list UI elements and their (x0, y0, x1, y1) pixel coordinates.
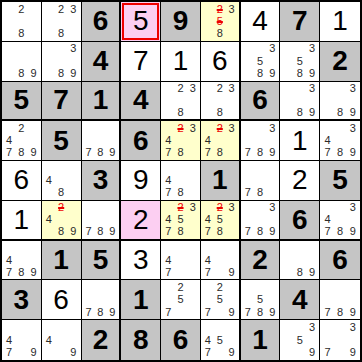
candidate-2: 2 (214, 281, 226, 293)
candidate-2-eliminated: 2 (174, 122, 186, 134)
candidate-5-eliminated: 5 (214, 15, 226, 27)
candidate-grid: 234578 (162, 202, 199, 238)
cell-r4c8[interactable]: 1 (280, 121, 320, 161)
candidate-3: 3 (266, 202, 278, 214)
candidate-7: 7 (162, 306, 174, 318)
candidate-grid: 389 (43, 43, 80, 80)
candidate-7: 7 (242, 226, 254, 238)
cell-r6c3[interactable]: 789 (82, 201, 122, 241)
cell-r3c2[interactable]: 7 (42, 82, 82, 122)
candidate-8: 8 (254, 187, 266, 199)
candidate-9: 9 (28, 266, 40, 278)
given-digit: 1 (212, 166, 228, 194)
candidate-8: 8 (254, 306, 266, 318)
candidate-9: 9 (346, 106, 359, 118)
cell-r5c3[interactable]: 3 (82, 161, 122, 201)
candidate-3: 3 (67, 43, 79, 55)
cell-r8c1[interactable]: 3 (2, 280, 42, 320)
candidate-4: 4 (162, 135, 174, 147)
candidate-9: 9 (346, 226, 359, 238)
candidate-8: 8 (94, 147, 106, 159)
candidate-8: 8 (15, 67, 27, 79)
candidate-4: 4 (3, 334, 15, 347)
candidate-2-eliminated: 2 (214, 202, 226, 214)
candidate-grid: 4789 (3, 242, 40, 279)
solved-digit: 2 (133, 206, 149, 234)
candidate-7: 7 (242, 306, 254, 318)
candidate-3: 3 (306, 83, 318, 95)
cell-r4c9[interactable]: 34789 (320, 121, 360, 161)
candidate-9: 9 (226, 266, 238, 278)
candidate-grid: 3789 (242, 202, 279, 238)
solved-digit: 7 (133, 47, 149, 75)
candidate-grid: 34789 (321, 122, 359, 159)
candidate-8: 8 (55, 28, 67, 40)
candidate-grid: 48 (43, 162, 80, 199)
cell-r7c1[interactable]: 4789 (2, 241, 42, 281)
given-digit: 1 (93, 86, 109, 114)
cell-r1c8[interactable]: 7 (280, 2, 320, 42)
cell-r7c3[interactable]: 5 (82, 241, 122, 281)
solved-digit: 6 (212, 47, 228, 75)
candidate-7: 7 (162, 187, 174, 199)
candidate-7: 7 (162, 266, 174, 278)
candidate-7: 7 (242, 187, 254, 199)
candidate-8: 8 (15, 147, 27, 159)
cell-r4c6[interactable]: 23478 (201, 121, 241, 161)
candidate-grid: 479 (202, 242, 238, 279)
cell-r1c9[interactable]: 1 (320, 2, 360, 42)
cell-r7c8[interactable]: 89 (280, 241, 320, 281)
candidate-2-eliminated: 2 (55, 202, 67, 214)
cell-r4c7[interactable]: 3789 (241, 121, 281, 161)
candidate-8: 8 (214, 28, 226, 40)
candidate-7: 7 (3, 266, 15, 278)
candidate-9: 9 (266, 226, 278, 238)
given-digit: 1 (53, 246, 69, 274)
candidate-8: 8 (214, 226, 226, 238)
candidate-3: 3 (346, 122, 359, 134)
candidate-5: 5 (174, 294, 186, 306)
given-digit: 2 (332, 47, 348, 75)
candidate-9: 9 (266, 147, 278, 159)
candidate-9: 9 (106, 147, 118, 159)
cell-r5c1[interactable]: 6 (2, 161, 42, 201)
cell-r3c9[interactable]: 389 (320, 82, 360, 122)
candidate-2: 2 (55, 3, 67, 15)
candidate-grid: 2358 (202, 3, 238, 40)
candidate-4: 4 (202, 334, 214, 347)
candidate-8: 8 (174, 147, 186, 159)
candidate-2: 2 (214, 83, 226, 95)
candidate-grid: 78 (242, 162, 279, 199)
candidate-4: 4 (3, 135, 15, 147)
candidate-7: 7 (162, 226, 174, 238)
cell-r1c1[interactable]: 28 (2, 2, 42, 42)
cell-r5c6[interactable]: 1 (201, 161, 241, 201)
candidate-5: 5 (254, 294, 266, 306)
cell-r6c8[interactable]: 6 (280, 201, 320, 241)
given-digit: 7 (53, 86, 69, 114)
candidate-5: 5 (254, 55, 266, 67)
candidate-9: 9 (226, 346, 238, 359)
candidate-9: 9 (306, 346, 318, 359)
cell-r6c9[interactable]: 34789 (320, 201, 360, 241)
solved-digit: 3 (133, 246, 149, 274)
candidate-grid: 238 (162, 83, 199, 119)
given-digit: 6 (332, 246, 348, 274)
candidate-4: 4 (202, 135, 214, 147)
cell-r9c5[interactable]: 6 (161, 320, 201, 360)
candidate-7: 7 (202, 147, 214, 159)
candidate-9: 9 (306, 106, 318, 118)
candidate-grid: 789 (83, 202, 119, 238)
cell-r5c8[interactable]: 2 (280, 161, 320, 201)
candidate-2-eliminated: 2 (214, 3, 226, 15)
candidate-8: 8 (214, 106, 226, 118)
candidate-3: 3 (346, 202, 359, 214)
cell-r2c5[interactable]: 1 (161, 42, 201, 82)
cell-r8c6[interactable]: 2579 (201, 280, 241, 320)
candidate-8: 8 (334, 147, 347, 159)
candidate-grid: 234578 (202, 202, 238, 238)
candidate-8: 8 (55, 187, 67, 199)
candidate-4: 4 (321, 135, 334, 147)
candidate-7: 7 (321, 147, 334, 159)
cell-r1c3[interactable]: 6 (82, 2, 122, 42)
candidate-grid: 257 (162, 281, 199, 318)
candidate-3: 3 (226, 202, 238, 214)
candidate-4: 4 (162, 214, 174, 226)
cell-r8c7[interactable]: 5789 (241, 280, 281, 320)
candidate-8: 8 (55, 67, 67, 79)
cell-r2c4[interactable]: 7 (121, 42, 161, 82)
candidate-9: 9 (306, 67, 318, 79)
candidate-5: 5 (174, 214, 186, 226)
candidate-2: 2 (15, 3, 27, 15)
candidate-8: 8 (94, 226, 106, 238)
cell-r7c9[interactable]: 6 (320, 241, 360, 281)
candidate-9: 9 (106, 306, 118, 318)
candidate-7: 7 (202, 346, 214, 359)
candidate-9: 9 (306, 266, 318, 278)
candidate-3: 3 (187, 122, 199, 134)
candidate-grid: 479 (3, 321, 40, 359)
sudoku-board: 2823865923584718938947163589358925714238… (0, 0, 362, 362)
candidate-3: 3 (306, 43, 318, 55)
candidate-grid: 789 (321, 281, 359, 318)
candidate-4: 4 (162, 174, 174, 186)
candidate-4: 4 (321, 214, 334, 226)
candidate-3: 3 (226, 122, 238, 134)
candidate-9: 9 (346, 306, 359, 318)
cell-r8c5[interactable]: 257 (161, 280, 201, 320)
cell-r4c2[interactable]: 5 (42, 121, 82, 161)
candidate-grid: 389 (321, 83, 359, 119)
candidate-3: 3 (67, 3, 79, 15)
given-digit: 2 (252, 246, 268, 274)
solved-digit: 4 (252, 7, 268, 35)
given-digit: 6 (93, 7, 109, 35)
cell-r7c7[interactable]: 2 (241, 241, 281, 281)
candidate-4: 4 (43, 214, 55, 226)
candidate-9: 9 (266, 67, 278, 79)
given-digit: 6 (173, 326, 189, 354)
given-digit: 6 (252, 86, 268, 114)
candidate-grid: 28 (3, 3, 40, 40)
candidate-9: 9 (67, 67, 79, 79)
candidate-grid: 5789 (242, 281, 279, 318)
candidate-5: 5 (214, 334, 226, 347)
candidate-7: 7 (321, 226, 334, 238)
candidate-grid: 389 (281, 83, 318, 119)
cell-r2c3[interactable]: 4 (82, 42, 122, 82)
cell-r1c5[interactable]: 9 (161, 2, 201, 42)
cell-r3c4[interactable]: 4 (121, 82, 161, 122)
candidate-7: 7 (321, 306, 334, 318)
cell-r5c5[interactable]: 478 (161, 161, 201, 201)
cell-r9c2[interactable]: 49 (42, 320, 82, 360)
candidate-grid: 34789 (321, 202, 359, 238)
cell-r8c8[interactable]: 4 (280, 280, 320, 320)
candidate-8: 8 (94, 306, 106, 318)
given-digit: 3 (93, 166, 109, 194)
cell-r7c4[interactable]: 3 (121, 241, 161, 281)
cell-r7c2[interactable]: 1 (42, 241, 82, 281)
cell-r4c3[interactable]: 789 (82, 121, 122, 161)
cell-r4c1[interactable]: 24789 (2, 121, 42, 161)
candidate-8: 8 (15, 28, 27, 40)
candidate-7: 7 (83, 147, 95, 159)
cell-r2c7[interactable]: 3589 (241, 42, 281, 82)
candidate-7: 7 (3, 346, 15, 359)
candidate-4: 4 (3, 254, 15, 266)
cell-r9c8[interactable]: 359 (280, 320, 320, 360)
candidate-8: 8 (174, 106, 186, 118)
candidate-4: 4 (162, 254, 174, 266)
candidate-3: 3 (266, 122, 278, 134)
candidate-grid: 359 (281, 321, 318, 359)
solved-digit: 5 (133, 7, 149, 35)
candidate-3: 3 (306, 321, 318, 334)
cell-r2c8[interactable]: 3589 (280, 42, 320, 82)
given-digit: 5 (14, 86, 30, 114)
candidate-2: 2 (174, 281, 186, 293)
given-digit: 4 (292, 286, 308, 314)
candidate-grid: 238 (43, 3, 80, 40)
cell-r8c9[interactable]: 789 (320, 280, 360, 320)
candidate-grid: 789 (83, 281, 119, 318)
candidate-3: 3 (187, 202, 199, 214)
candidate-grid: 23478 (202, 122, 238, 159)
cell-r4c4[interactable]: 6 (121, 121, 161, 161)
candidate-9: 9 (67, 346, 79, 359)
candidate-grid: 2579 (202, 281, 238, 318)
given-digit: 5 (53, 127, 69, 155)
candidate-7: 7 (321, 346, 334, 359)
cell-r1c7[interactable]: 4 (241, 2, 281, 42)
candidate-7: 7 (202, 306, 214, 318)
candidate-9: 9 (226, 306, 238, 318)
cell-r9c9[interactable]: 379 (320, 320, 360, 360)
cell-r6c5[interactable]: 234578 (161, 201, 201, 241)
candidate-2: 2 (174, 83, 186, 95)
candidate-8: 8 (334, 306, 347, 318)
candidate-3: 3 (187, 83, 199, 95)
cell-r8c3[interactable]: 789 (82, 280, 122, 320)
candidate-8: 8 (294, 106, 306, 118)
candidate-2: 2 (15, 122, 27, 134)
candidate-7: 7 (83, 226, 95, 238)
candidate-9: 9 (106, 226, 118, 238)
given-digit: 6 (292, 206, 308, 234)
cell-r3c1[interactable]: 5 (2, 82, 42, 122)
candidate-7: 7 (162, 147, 174, 159)
candidate-8: 8 (254, 226, 266, 238)
cell-r2c6[interactable]: 6 (201, 42, 241, 82)
cell-r1c2[interactable]: 238 (42, 2, 82, 42)
candidate-grid: 238 (202, 83, 238, 119)
solved-digit: 2 (292, 166, 308, 194)
candidate-9: 9 (67, 226, 79, 238)
candidate-grid: 3589 (281, 43, 318, 80)
candidate-grid: 24789 (3, 122, 40, 159)
candidate-8: 8 (294, 266, 306, 278)
cell-r5c9[interactable]: 5 (320, 161, 360, 201)
candidate-3: 3 (226, 3, 238, 15)
given-digit: 6 (133, 127, 149, 155)
candidate-grid: 89 (3, 43, 40, 80)
given-digit: 8 (133, 326, 149, 354)
candidate-grid: 478 (162, 162, 199, 199)
cell-r7c5[interactable]: 47 (161, 241, 201, 281)
candidate-9: 9 (28, 147, 40, 159)
candidate-grid: 2489 (43, 202, 80, 238)
cell-r3c3[interactable]: 1 (82, 82, 122, 122)
candidate-3: 3 (346, 321, 359, 334)
cell-r3c5[interactable]: 238 (161, 82, 201, 122)
cell-r5c7[interactable]: 78 (241, 161, 281, 201)
cell-r8c4[interactable]: 1 (121, 280, 161, 320)
cell-r9c4[interactable]: 8 (121, 320, 161, 360)
candidate-grid: 23478 (162, 122, 199, 159)
candidate-5: 5 (294, 55, 306, 67)
cell-r2c1[interactable]: 89 (2, 42, 42, 82)
candidate-7: 7 (3, 147, 15, 159)
candidate-grid: 3589 (242, 43, 279, 80)
candidate-grid: 3789 (242, 122, 279, 159)
candidate-8: 8 (55, 226, 67, 238)
cell-r9c7[interactable]: 1 (241, 320, 281, 360)
given-digit: 3 (14, 286, 30, 314)
given-digit: 4 (93, 47, 109, 75)
candidate-8: 8 (214, 147, 226, 159)
cell-r6c2[interactable]: 2489 (42, 201, 82, 241)
given-digit: 5 (93, 246, 109, 274)
cell-r3c7[interactable]: 6 (241, 82, 281, 122)
candidate-7: 7 (83, 306, 95, 318)
candidate-8: 8 (174, 226, 186, 238)
cell-r9c1[interactable]: 479 (2, 320, 42, 360)
cell-r6c4[interactable]: 2 (121, 201, 161, 241)
candidate-3: 3 (226, 83, 238, 95)
cell-r9c3[interactable]: 2 (82, 320, 122, 360)
candidate-grid: 4579 (202, 321, 238, 359)
candidate-8: 8 (174, 187, 186, 199)
solved-digit: 1 (173, 47, 189, 75)
candidate-grid: 49 (43, 321, 80, 359)
candidate-8: 8 (15, 266, 27, 278)
solved-digit: 6 (53, 286, 69, 314)
given-digit: 1 (133, 286, 149, 314)
candidate-2-eliminated: 2 (214, 122, 226, 134)
candidate-2-eliminated: 2 (174, 202, 186, 214)
cell-r5c2[interactable]: 48 (42, 161, 82, 201)
cell-r3c6[interactable]: 238 (201, 82, 241, 122)
cell-r6c6[interactable]: 234578 (201, 201, 241, 241)
cell-r5c4[interactable]: 9 (121, 161, 161, 201)
candidate-7: 7 (242, 147, 254, 159)
candidate-8: 8 (254, 67, 266, 79)
cell-r7c6[interactable]: 479 (201, 241, 241, 281)
candidate-9: 9 (28, 346, 40, 359)
solved-digit: 6 (14, 166, 30, 194)
cell-r2c2[interactable]: 389 (42, 42, 82, 82)
candidate-3: 3 (346, 83, 359, 95)
cell-r3c8[interactable]: 389 (280, 82, 320, 122)
candidate-3: 3 (266, 43, 278, 55)
cell-r6c1[interactable]: 1 (2, 201, 42, 241)
solved-digit: 1 (292, 127, 308, 155)
candidate-8: 8 (294, 67, 306, 79)
cell-r4c5[interactable]: 23478 (161, 121, 201, 161)
candidate-4: 4 (43, 174, 55, 186)
candidate-5: 5 (294, 334, 306, 347)
candidate-9: 9 (346, 346, 359, 359)
cell-r1c6[interactable]: 2358 (201, 2, 241, 42)
solved-digit: 9 (133, 166, 149, 194)
candidate-5: 5 (214, 214, 226, 226)
candidate-9: 9 (266, 306, 278, 318)
given-digit: 5 (332, 166, 348, 194)
candidate-grid: 379 (321, 321, 359, 359)
candidate-7: 7 (202, 266, 214, 278)
cell-r1c4[interactable]: 5 (121, 2, 161, 42)
given-digit: 2 (93, 326, 109, 354)
cell-r8c2[interactable]: 6 (42, 280, 82, 320)
candidate-grid: 789 (83, 122, 119, 159)
given-digit: 1 (252, 326, 268, 354)
candidate-7: 7 (202, 226, 214, 238)
candidate-grid: 47 (162, 242, 199, 279)
candidate-grid: 89 (281, 242, 318, 279)
solved-digit: 1 (14, 206, 30, 234)
cell-r6c7[interactable]: 3789 (241, 201, 281, 241)
candidate-9: 9 (346, 147, 359, 159)
given-digit: 9 (173, 7, 189, 35)
given-digit: 4 (133, 86, 149, 114)
solved-digit: 1 (332, 7, 348, 35)
candidate-9: 9 (28, 67, 40, 79)
candidate-8: 8 (334, 106, 347, 118)
candidate-8: 8 (334, 226, 347, 238)
candidate-4: 4 (202, 254, 214, 266)
cell-r2c9[interactable]: 2 (320, 42, 360, 82)
given-digit: 7 (292, 7, 308, 35)
cell-r9c6[interactable]: 4579 (201, 320, 241, 360)
candidate-5: 5 (214, 294, 226, 306)
candidate-4: 4 (202, 214, 214, 226)
